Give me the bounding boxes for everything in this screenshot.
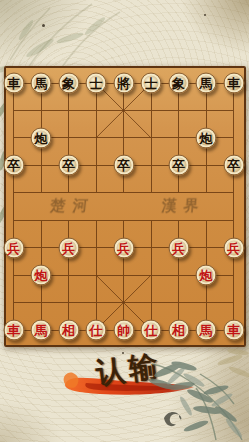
piece-red-車[interactable]: 車 — [3, 319, 24, 340]
piece-black-炮[interactable]: 炮 — [31, 127, 52, 148]
piece-black-士[interactable]: 士 — [86, 73, 107, 94]
xiangqi-board[interactable]: 楚河 漢界 車馬象士將士象馬車炮炮卒卒卒卒卒兵兵兵兵兵炮炮車馬相仕帥仕相馬車 — [4, 66, 246, 347]
paper-speck — [204, 14, 206, 16]
piece-black-車[interactable]: 車 — [3, 73, 24, 94]
piece-red-兵[interactable]: 兵 — [113, 237, 134, 258]
piece-black-馬[interactable]: 馬 — [31, 73, 52, 94]
piece-black-卒[interactable]: 卒 — [168, 155, 189, 176]
piece-black-象[interactable]: 象 — [168, 73, 189, 94]
piece-red-車[interactable]: 車 — [223, 319, 244, 340]
board-grid — [6, 68, 244, 345]
piece-red-帥[interactable]: 帥 — [113, 319, 134, 340]
piece-red-炮[interactable]: 炮 — [196, 265, 217, 286]
piece-red-兵[interactable]: 兵 — [58, 237, 79, 258]
piece-black-象[interactable]: 象 — [58, 73, 79, 94]
piece-black-卒[interactable]: 卒 — [3, 155, 24, 176]
resign-button[interactable]: 认输 — [58, 346, 200, 402]
bird-decoration — [164, 412, 181, 426]
piece-red-兵[interactable]: 兵 — [168, 237, 189, 258]
piece-red-相[interactable]: 相 — [58, 319, 79, 340]
paper-speck — [42, 24, 45, 27]
piece-red-仕[interactable]: 仕 — [141, 319, 162, 340]
piece-black-馬[interactable]: 馬 — [196, 73, 217, 94]
piece-red-馬[interactable]: 馬 — [31, 319, 52, 340]
piece-red-兵[interactable]: 兵 — [223, 237, 244, 258]
piece-black-將[interactable]: 將 — [113, 73, 134, 94]
piece-red-仕[interactable]: 仕 — [86, 319, 107, 340]
piece-black-車[interactable]: 車 — [223, 73, 244, 94]
piece-red-相[interactable]: 相 — [168, 319, 189, 340]
piece-red-兵[interactable]: 兵 — [3, 237, 24, 258]
piece-black-炮[interactable]: 炮 — [196, 127, 217, 148]
piece-red-馬[interactable]: 馬 — [196, 319, 217, 340]
piece-black-卒[interactable]: 卒 — [58, 155, 79, 176]
river-label-left: 楚河 — [43, 197, 96, 216]
piece-black-卒[interactable]: 卒 — [113, 155, 134, 176]
piece-red-炮[interactable]: 炮 — [31, 265, 52, 286]
piece-black-卒[interactable]: 卒 — [223, 155, 244, 176]
piece-black-士[interactable]: 士 — [141, 73, 162, 94]
app-background: 楚河 漢界 車馬象士將士象馬車炮炮卒卒卒卒卒兵兵兵兵兵炮炮車馬相仕帥仕相馬車 认… — [0, 0, 249, 442]
river-label-right: 漢界 — [154, 197, 207, 216]
